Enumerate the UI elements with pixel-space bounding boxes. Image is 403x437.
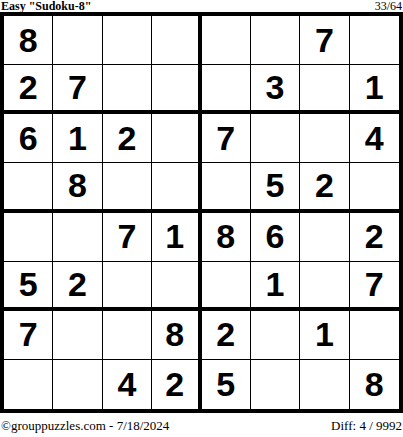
cell-r3c6[interactable] (251, 114, 300, 163)
cell-r5c3[interactable]: 7 (103, 213, 152, 262)
cell-r1c2[interactable] (53, 16, 102, 65)
cell-r5c8[interactable]: 2 (350, 213, 399, 262)
cell-r4c7[interactable]: 2 (300, 163, 349, 212)
cell-r5c5[interactable]: 8 (202, 213, 251, 262)
cell-r6c6[interactable]: 1 (251, 262, 300, 311)
cell-r1c6[interactable] (251, 16, 300, 65)
puzzle-title: Easy "Sudoku-8" (1, 0, 91, 12)
cell-r8c6[interactable] (251, 360, 300, 409)
cell-r5c6[interactable]: 6 (251, 213, 300, 262)
cell-r6c8[interactable]: 7 (350, 262, 399, 311)
cell-r2c8[interactable]: 1 (350, 65, 399, 114)
cell-r8c4[interactable]: 2 (152, 360, 201, 409)
cell-r7c4[interactable]: 8 (152, 311, 201, 360)
cell-r3c1[interactable]: 6 (4, 114, 53, 163)
cell-r2c1[interactable]: 2 (4, 65, 53, 114)
cell-r1c3[interactable] (103, 16, 152, 65)
cell-r7c1[interactable]: 7 (4, 311, 53, 360)
puzzle-counter: 33/64 (375, 0, 402, 12)
cell-r7c8[interactable] (350, 311, 399, 360)
footer: ©grouppuzzles.com - 7/18/2024 Diff: 4 / … (0, 413, 403, 437)
cell-r6c2[interactable]: 2 (53, 262, 102, 311)
cell-r4c4[interactable] (152, 163, 201, 212)
cell-r8c2[interactable] (53, 360, 102, 409)
cell-r1c1[interactable]: 8 (4, 16, 53, 65)
cell-r3c7[interactable] (300, 114, 349, 163)
cell-r8c3[interactable]: 4 (103, 360, 152, 409)
cell-r4c8[interactable] (350, 163, 399, 212)
cell-r3c8[interactable]: 4 (350, 114, 399, 163)
cell-r8c1[interactable] (4, 360, 53, 409)
header: Easy "Sudoku-8" 33/64 (0, 0, 403, 12)
cell-r5c7[interactable] (300, 213, 349, 262)
cell-r4c2[interactable]: 8 (53, 163, 102, 212)
cell-r6c5[interactable] (202, 262, 251, 311)
cell-r3c2[interactable]: 1 (53, 114, 102, 163)
cell-r7c3[interactable] (103, 311, 152, 360)
cell-r2c3[interactable] (103, 65, 152, 114)
cell-r4c5[interactable] (202, 163, 251, 212)
cell-r4c6[interactable]: 5 (251, 163, 300, 212)
cell-r1c8[interactable] (350, 16, 399, 65)
cell-r2c2[interactable]: 7 (53, 65, 102, 114)
cell-r7c5[interactable]: 2 (202, 311, 251, 360)
cell-r5c4[interactable]: 1 (152, 213, 201, 262)
cell-r3c3[interactable]: 2 (103, 114, 152, 163)
cell-r1c7[interactable]: 7 (300, 16, 349, 65)
cell-r3c5[interactable]: 7 (202, 114, 251, 163)
cell-r2c5[interactable] (202, 65, 251, 114)
copyright-text: ©grouppuzzles.com - 7/18/2024 (1, 418, 169, 434)
cell-r3c4[interactable] (152, 114, 201, 163)
cell-r4c3[interactable] (103, 163, 152, 212)
cell-r7c6[interactable] (251, 311, 300, 360)
sudoku-board: 8727316127485271862521778214258 (0, 12, 403, 413)
cell-r4c1[interactable] (4, 163, 53, 212)
cell-r6c1[interactable]: 5 (4, 262, 53, 311)
cell-r2c4[interactable] (152, 65, 201, 114)
cell-r8c7[interactable] (300, 360, 349, 409)
difficulty-text: Diff: 4 / 9992 (331, 418, 402, 434)
cell-r5c1[interactable] (4, 213, 53, 262)
cell-r8c5[interactable]: 5 (202, 360, 251, 409)
cell-r2c6[interactable]: 3 (251, 65, 300, 114)
cell-r7c7[interactable]: 1 (300, 311, 349, 360)
cell-r6c4[interactable] (152, 262, 201, 311)
cell-r5c2[interactable] (53, 213, 102, 262)
cell-r1c5[interactable] (202, 16, 251, 65)
cell-r7c2[interactable] (53, 311, 102, 360)
cell-r8c8[interactable]: 8 (350, 360, 399, 409)
cell-r6c3[interactable] (103, 262, 152, 311)
cell-r1c4[interactable] (152, 16, 201, 65)
cell-r2c7[interactable] (300, 65, 349, 114)
puzzle-page: Easy "Sudoku-8" 33/64 872731612748527186… (0, 0, 403, 437)
cell-r6c7[interactable] (300, 262, 349, 311)
